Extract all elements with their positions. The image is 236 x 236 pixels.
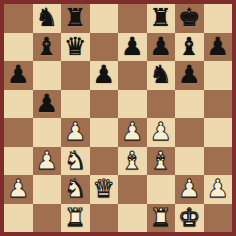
black-pawn-icon: ♟ <box>207 33 229 61</box>
white-pawn-icon: ♟ <box>150 118 172 146</box>
white-knight-icon: ♞ <box>64 175 86 203</box>
square-g2[interactable]: ♟ <box>175 175 204 204</box>
white-knight-icon: ♞ <box>64 147 86 175</box>
white-bishop-icon: ♝ <box>121 147 143 175</box>
square-a1[interactable] <box>4 204 33 233</box>
black-knight-icon: ♞ <box>150 61 172 89</box>
square-f7[interactable]: ♟ <box>147 33 176 62</box>
square-e5[interactable] <box>118 90 147 119</box>
white-pawn-icon: ♟ <box>64 118 86 146</box>
square-d7[interactable] <box>90 33 119 62</box>
square-f3[interactable]: ♝ <box>147 147 176 176</box>
square-e8[interactable] <box>118 4 147 33</box>
black-pawn-icon: ♟ <box>93 61 115 89</box>
square-c3[interactable]: ♞ <box>61 147 90 176</box>
square-a2[interactable]: ♟ <box>4 175 33 204</box>
white-pawn-icon: ♟ <box>207 175 229 203</box>
white-king-icon: ♚ <box>178 204 200 232</box>
square-c5[interactable] <box>61 90 90 119</box>
black-pawn-icon: ♟ <box>121 33 143 61</box>
square-f4[interactable]: ♟ <box>147 118 176 147</box>
chessboard-screenshot: ♞♜♜♚♝♛♟♟♝♟♟♟♞♟♟♟♟♟♟♞♝♝♟♞♛♟♟♜♜♚ <box>0 0 236 236</box>
white-queen-icon: ♛ <box>93 175 115 203</box>
board-border: ♞♜♜♚♝♛♟♟♝♟♟♟♞♟♟♟♟♟♟♞♝♝♟♞♛♟♟♜♜♚ <box>0 0 236 236</box>
black-pawn-icon: ♟ <box>150 33 172 61</box>
square-f1[interactable]: ♜ <box>147 204 176 233</box>
square-e4[interactable]: ♟ <box>118 118 147 147</box>
square-h6[interactable] <box>204 61 233 90</box>
square-c1[interactable]: ♜ <box>61 204 90 233</box>
black-bishop-icon: ♝ <box>178 33 200 61</box>
square-d4[interactable] <box>90 118 119 147</box>
square-b8[interactable]: ♞ <box>33 4 62 33</box>
black-pawn-icon: ♟ <box>178 61 200 89</box>
square-b7[interactable]: ♝ <box>33 33 62 62</box>
square-h5[interactable] <box>204 90 233 119</box>
square-h7[interactable]: ♟ <box>204 33 233 62</box>
square-d1[interactable] <box>90 204 119 233</box>
square-e1[interactable] <box>118 204 147 233</box>
square-g5[interactable] <box>175 90 204 119</box>
square-c7[interactable]: ♛ <box>61 33 90 62</box>
black-bishop-icon: ♝ <box>36 33 58 61</box>
black-knight-icon: ♞ <box>36 4 58 32</box>
black-rook-icon: ♜ <box>150 4 172 32</box>
square-b1[interactable] <box>33 204 62 233</box>
square-g6[interactable]: ♟ <box>175 61 204 90</box>
square-d3[interactable] <box>90 147 119 176</box>
square-a7[interactable] <box>4 33 33 62</box>
square-f5[interactable] <box>147 90 176 119</box>
square-b3[interactable]: ♟ <box>33 147 62 176</box>
square-g4[interactable] <box>175 118 204 147</box>
square-h3[interactable] <box>204 147 233 176</box>
square-a8[interactable] <box>4 4 33 33</box>
square-g7[interactable]: ♝ <box>175 33 204 62</box>
square-e3[interactable]: ♝ <box>118 147 147 176</box>
square-e7[interactable]: ♟ <box>118 33 147 62</box>
white-pawn-icon: ♟ <box>121 118 143 146</box>
square-b4[interactable] <box>33 118 62 147</box>
square-g1[interactable]: ♚ <box>175 204 204 233</box>
black-rook-icon: ♜ <box>64 4 86 32</box>
square-f8[interactable]: ♜ <box>147 4 176 33</box>
square-c4[interactable]: ♟ <box>61 118 90 147</box>
white-rook-icon: ♜ <box>64 204 86 232</box>
square-a6[interactable]: ♟ <box>4 61 33 90</box>
square-d5[interactable] <box>90 90 119 119</box>
square-c6[interactable] <box>61 61 90 90</box>
square-a5[interactable] <box>4 90 33 119</box>
square-c8[interactable]: ♜ <box>61 4 90 33</box>
square-e6[interactable] <box>118 61 147 90</box>
square-h1[interactable] <box>204 204 233 233</box>
black-king-icon: ♚ <box>178 4 200 32</box>
square-b6[interactable] <box>33 61 62 90</box>
square-h4[interactable] <box>204 118 233 147</box>
square-d8[interactable] <box>90 4 119 33</box>
square-e2[interactable] <box>118 175 147 204</box>
white-rook-icon: ♜ <box>150 204 172 232</box>
square-a3[interactable] <box>4 147 33 176</box>
square-h8[interactable] <box>204 4 233 33</box>
white-pawn-icon: ♟ <box>178 175 200 203</box>
square-d2[interactable]: ♛ <box>90 175 119 204</box>
square-a4[interactable] <box>4 118 33 147</box>
square-f2[interactable] <box>147 175 176 204</box>
square-c2[interactable]: ♞ <box>61 175 90 204</box>
square-g3[interactable] <box>175 147 204 176</box>
square-b5[interactable]: ♟ <box>33 90 62 119</box>
chess-board: ♞♜♜♚♝♛♟♟♝♟♟♟♞♟♟♟♟♟♟♞♝♝♟♞♛♟♟♜♜♚ <box>4 4 232 232</box>
black-queen-icon: ♛ <box>64 33 86 61</box>
square-g8[interactable]: ♚ <box>175 4 204 33</box>
square-b2[interactable] <box>33 175 62 204</box>
square-d6[interactable]: ♟ <box>90 61 119 90</box>
black-pawn-icon: ♟ <box>7 61 29 89</box>
white-bishop-icon: ♝ <box>150 147 172 175</box>
square-f6[interactable]: ♞ <box>147 61 176 90</box>
white-pawn-icon: ♟ <box>36 147 58 175</box>
square-h2[interactable]: ♟ <box>204 175 233 204</box>
white-pawn-icon: ♟ <box>7 175 29 203</box>
black-pawn-icon: ♟ <box>36 90 58 118</box>
